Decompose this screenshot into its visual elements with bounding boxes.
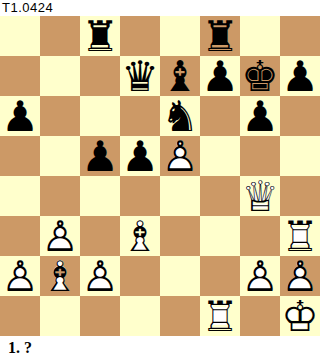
square-h6[interactable]	[280, 96, 320, 136]
square-a8[interactable]	[0, 16, 40, 56]
piece-glyph: ♟	[241, 96, 279, 138]
piece-bk[interactable]: ♚	[240, 56, 280, 96]
square-e3[interactable]	[160, 216, 200, 256]
piece-bp[interactable]: ♟	[80, 136, 120, 176]
square-f6[interactable]	[200, 96, 240, 136]
piece-glyph: ♟	[201, 56, 239, 98]
piece-wp[interactable]: ♟♙	[80, 256, 120, 296]
square-d2[interactable]	[120, 256, 160, 296]
piece-glyph: ♟	[1, 96, 39, 138]
square-e1[interactable]	[160, 296, 200, 336]
square-c4[interactable]	[80, 176, 120, 216]
square-b5[interactable]	[40, 136, 80, 176]
square-g6[interactable]: ♟	[240, 96, 280, 136]
square-a1[interactable]	[0, 296, 40, 336]
chess-board: ♜♜♛♝♟♚♟♟♞♟♟♟♟♙♛♕♟♙♝♗♜♖♟♙♝♗♟♙♟♙♟♙♜♖♚♔	[0, 16, 320, 336]
piece-wp[interactable]: ♟♙	[280, 256, 320, 296]
square-b7[interactable]	[40, 56, 80, 96]
piece-outline-layer: ♗	[121, 216, 159, 258]
piece-outline-layer: ♕	[241, 176, 279, 218]
piece-br[interactable]: ♜	[80, 16, 120, 56]
square-e6[interactable]: ♞	[160, 96, 200, 136]
square-g2[interactable]: ♟♙	[240, 256, 280, 296]
square-e8[interactable]	[160, 16, 200, 56]
piece-outline-layer: ♙	[241, 256, 279, 298]
piece-wr[interactable]: ♜♖	[280, 216, 320, 256]
square-d4[interactable]	[120, 176, 160, 216]
square-f2[interactable]	[200, 256, 240, 296]
piece-bb[interactable]: ♝	[160, 56, 200, 96]
square-g3[interactable]	[240, 216, 280, 256]
move-prompt: 1. ?	[0, 336, 320, 360]
square-g1[interactable]	[240, 296, 280, 336]
piece-outline-layer: ♙	[81, 256, 119, 298]
piece-outline-layer: ♗	[41, 256, 79, 298]
square-f4[interactable]	[200, 176, 240, 216]
piece-wb[interactable]: ♝♗	[40, 256, 80, 296]
square-a5[interactable]	[0, 136, 40, 176]
piece-bp[interactable]: ♟	[240, 96, 280, 136]
square-d7[interactable]: ♛	[120, 56, 160, 96]
square-h8[interactable]	[280, 16, 320, 56]
square-e7[interactable]: ♝	[160, 56, 200, 96]
piece-bp[interactable]: ♟	[0, 96, 40, 136]
puzzle-id: T1.0424	[0, 0, 320, 16]
piece-bp[interactable]: ♟	[120, 136, 160, 176]
square-e5[interactable]: ♟♙	[160, 136, 200, 176]
square-h5[interactable]	[280, 136, 320, 176]
square-h4[interactable]	[280, 176, 320, 216]
piece-wb[interactable]: ♝♗	[120, 216, 160, 256]
square-b3[interactable]: ♟♙	[40, 216, 80, 256]
square-g5[interactable]	[240, 136, 280, 176]
piece-outline-layer: ♖	[201, 296, 239, 338]
square-h2[interactable]: ♟♙	[280, 256, 320, 296]
square-b2[interactable]: ♝♗	[40, 256, 80, 296]
piece-glyph: ♟	[81, 136, 119, 178]
square-g7[interactable]: ♚	[240, 56, 280, 96]
square-c8[interactable]: ♜	[80, 16, 120, 56]
square-a2[interactable]: ♟♙	[0, 256, 40, 296]
square-g4[interactable]: ♛♕	[240, 176, 280, 216]
square-d3[interactable]: ♝♗	[120, 216, 160, 256]
piece-glyph: ♟	[121, 136, 159, 178]
square-f7[interactable]: ♟	[200, 56, 240, 96]
square-d1[interactable]	[120, 296, 160, 336]
piece-glyph: ♛	[121, 56, 159, 98]
piece-outline-layer: ♔	[281, 296, 319, 338]
square-h1[interactable]: ♚♔	[280, 296, 320, 336]
piece-glyph: ♟	[281, 56, 319, 98]
piece-bn[interactable]: ♞	[160, 96, 200, 136]
square-c2[interactable]: ♟♙	[80, 256, 120, 296]
piece-wq[interactable]: ♛♕	[240, 176, 280, 216]
square-f8[interactable]: ♜	[200, 16, 240, 56]
piece-bp[interactable]: ♟	[200, 56, 240, 96]
square-c3[interactable]	[80, 216, 120, 256]
square-f1[interactable]: ♜♖	[200, 296, 240, 336]
square-b6[interactable]	[40, 96, 80, 136]
square-f3[interactable]	[200, 216, 240, 256]
square-a4[interactable]	[0, 176, 40, 216]
square-c6[interactable]	[80, 96, 120, 136]
square-d8[interactable]	[120, 16, 160, 56]
square-d6[interactable]	[120, 96, 160, 136]
piece-outline-layer: ♙	[161, 136, 199, 178]
square-g8[interactable]	[240, 16, 280, 56]
piece-glyph: ♜	[81, 16, 119, 58]
piece-wr[interactable]: ♜♖	[200, 296, 240, 336]
square-b4[interactable]	[40, 176, 80, 216]
piece-wp[interactable]: ♟♙	[40, 216, 80, 256]
piece-br[interactable]: ♜	[200, 16, 240, 56]
square-b1[interactable]	[40, 296, 80, 336]
square-d5[interactable]: ♟	[120, 136, 160, 176]
piece-wk[interactable]: ♚♔	[280, 296, 320, 336]
square-c7[interactable]	[80, 56, 120, 96]
piece-wp[interactable]: ♟♙	[240, 256, 280, 296]
square-h7[interactable]: ♟	[280, 56, 320, 96]
square-c1[interactable]	[80, 296, 120, 336]
piece-outline-layer: ♙	[1, 256, 39, 298]
piece-bq[interactable]: ♛	[120, 56, 160, 96]
square-b8[interactable]	[40, 16, 80, 56]
piece-wp[interactable]: ♟♙	[0, 256, 40, 296]
piece-bp[interactable]: ♟	[280, 56, 320, 96]
square-f5[interactable]	[200, 136, 240, 176]
square-h3[interactable]: ♜♖	[280, 216, 320, 256]
square-a6[interactable]: ♟	[0, 96, 40, 136]
square-e4[interactable]	[160, 176, 200, 216]
square-a3[interactable]	[0, 216, 40, 256]
piece-wp[interactable]: ♟♙	[160, 136, 200, 176]
square-c5[interactable]: ♟	[80, 136, 120, 176]
square-e2[interactable]	[160, 256, 200, 296]
square-a7[interactable]	[0, 56, 40, 96]
